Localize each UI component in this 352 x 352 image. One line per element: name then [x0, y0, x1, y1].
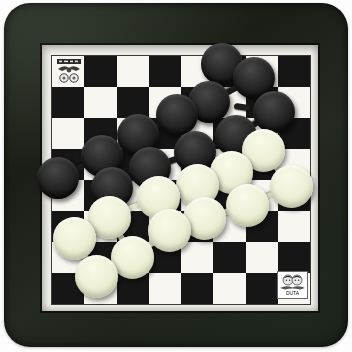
- square-r1c3[interactable]: [117, 56, 149, 87]
- checkers-set-photo: DUTA: [0, 0, 352, 352]
- white-checker-piece-w8[interactable]: [148, 209, 191, 252]
- white-checker-piece-w10[interactable]: [53, 217, 96, 260]
- square-r7c7[interactable]: [246, 242, 278, 273]
- black-checker-piece-b4[interactable]: [253, 91, 295, 133]
- white-checker-piece-w3[interactable]: [270, 165, 313, 208]
- square-r7c5[interactable]: [181, 242, 213, 273]
- square-r8c7[interactable]: [246, 273, 278, 304]
- square-r8c6[interactable]: [213, 273, 245, 304]
- black-checker-piece-b6[interactable]: [156, 94, 198, 136]
- square-r7c8[interactable]: [278, 242, 310, 273]
- square-r1c4[interactable]: [149, 56, 181, 87]
- square-r6c8[interactable]: [278, 211, 310, 242]
- black-checker-piece-b9[interactable]: [37, 157, 79, 199]
- square-r7c6[interactable]: [213, 242, 245, 273]
- square-r3c1[interactable]: [52, 118, 84, 149]
- square-r2c2[interactable]: [84, 87, 116, 118]
- top-left-crest-icon: [56, 58, 82, 85]
- brand-text: DUTA: [286, 290, 300, 296]
- white-checker-piece-w4[interactable]: [226, 184, 269, 227]
- square-r8c5[interactable]: [181, 273, 213, 304]
- bottom-right-brand-label: DUTA: [277, 271, 308, 299]
- white-checker-piece-w12[interactable]: [75, 255, 118, 298]
- square-r8c4[interactable]: [149, 273, 181, 304]
- square-r1c8[interactable]: [278, 56, 310, 87]
- square-r1c2[interactable]: [84, 56, 116, 87]
- square-r2c3[interactable]: [117, 87, 149, 118]
- square-r2c1[interactable]: [52, 87, 84, 118]
